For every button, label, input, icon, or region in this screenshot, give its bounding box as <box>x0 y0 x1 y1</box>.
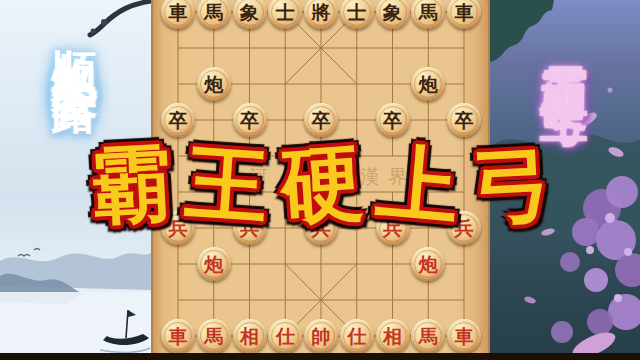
left-vertical-title: 顺炮必学套路 <box>52 13 98 61</box>
piece-red-帥[interactable]: 帥 <box>304 319 338 353</box>
piece-red-炮[interactable]: 炮 <box>411 247 445 281</box>
piece-black-炮[interactable]: 炮 <box>197 67 231 101</box>
piece-red-車[interactable]: 車 <box>447 319 481 353</box>
overlay-title-char: 霸 <box>88 141 174 227</box>
piece-red-仕[interactable]: 仕 <box>340 319 374 353</box>
bottom-letterbox <box>0 353 640 360</box>
piece-black-卒[interactable]: 卒 <box>161 103 195 137</box>
piece-red-馬[interactable]: 馬 <box>411 319 445 353</box>
piece-red-相[interactable]: 相 <box>233 319 267 353</box>
overlay-title: 霸王硬上弓 <box>90 136 554 232</box>
piece-black-炮[interactable]: 炮 <box>411 67 445 101</box>
piece-black-卒[interactable]: 卒 <box>233 103 267 137</box>
overlay-title-char: 上 <box>373 140 462 229</box>
right-vertical-title: 霸王硬上弓 <box>541 27 589 77</box>
piece-black-卒[interactable]: 卒 <box>304 103 338 137</box>
piece-red-馬[interactable]: 馬 <box>197 319 231 353</box>
piece-red-相[interactable]: 相 <box>376 319 410 353</box>
piece-red-車[interactable]: 車 <box>161 319 195 353</box>
piece-red-仕[interactable]: 仕 <box>268 319 302 353</box>
thumbnail-stage: 楚河 漢界 車馬象士將士象馬車炮炮卒卒卒卒卒兵兵兵兵兵炮炮車馬相仕帥仕相馬車 顺… <box>0 0 640 360</box>
overlay-title-char: 弓 <box>470 141 556 227</box>
birds-icon <box>18 249 40 257</box>
overlay-title-char: 王 <box>183 140 271 228</box>
snow-field <box>0 292 151 360</box>
overlay-title-char: 硬 <box>278 140 366 228</box>
piece-red-炮[interactable]: 炮 <box>197 247 231 281</box>
piece-black-卒[interactable]: 卒 <box>447 103 481 137</box>
